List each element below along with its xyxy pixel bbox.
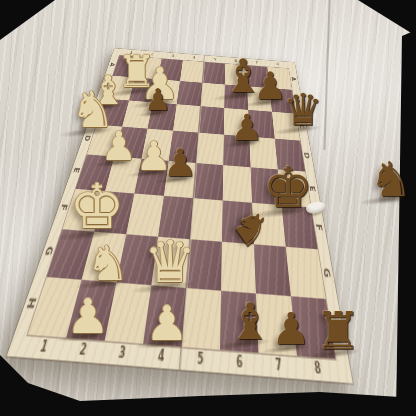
file-label-left-g: G xyxy=(43,246,54,256)
square-g8[interactable] xyxy=(286,247,326,299)
square-e5[interactable] xyxy=(193,163,223,200)
piece-black-pawn-b3[interactable]: ♟ xyxy=(145,85,172,115)
rank-label-bottom-4: 4 xyxy=(157,348,165,364)
file-label-right-g: G xyxy=(322,268,332,278)
file-label-right-f: F xyxy=(314,224,322,231)
square-g7[interactable] xyxy=(254,244,291,296)
rank-label-top-5: 5 xyxy=(213,58,216,62)
piece-black-bishop-h6[interactable]: ♝ xyxy=(228,297,273,347)
square-e6[interactable] xyxy=(223,165,252,203)
rank-label-bottom-7: 7 xyxy=(275,358,283,375)
rank-label-bottom-8: 8 xyxy=(314,361,323,378)
file-label-right-a: A xyxy=(290,77,296,81)
rank-label-bottom-6: 6 xyxy=(236,354,243,371)
rank-label-bottom-1: 1 xyxy=(38,339,49,355)
rank-label-bottom-3: 3 xyxy=(117,345,126,361)
piece-white-pawn-h2[interactable]: ♟ xyxy=(66,292,109,340)
piece-black-pawn-b6[interactable]: ♟ xyxy=(231,110,263,146)
piece-white-king-e1[interactable]: ♚ xyxy=(69,176,125,238)
piece-black-pawn-h7[interactable]: ♟ xyxy=(271,307,310,351)
piece-white-queen-g4[interactable]: ♛ xyxy=(144,233,196,291)
square-c5[interactable] xyxy=(198,106,224,135)
rank-label-top-4: 4 xyxy=(192,56,195,60)
piece-white-pawn-h4[interactable]: ♟ xyxy=(145,299,188,347)
file-label-left-h: H xyxy=(25,297,38,309)
piece-black-rook-h8[interactable]: ♜ xyxy=(315,305,362,357)
piece-black-king-e7[interactable]: ♚ xyxy=(263,160,313,216)
photo-stage: ABCDEFGHABCDEFGH1234567812345678 ♝♞♜♟♟♟♚… xyxy=(0,0,416,416)
piece-black-pawn-a7[interactable]: ♟ xyxy=(253,67,287,105)
piece-white-pawn-c2[interactable]: ♟ xyxy=(101,126,137,166)
rank-label-bottom-2: 2 xyxy=(78,342,88,358)
piece-black-pawn-c4[interactable]: ♟ xyxy=(163,144,197,182)
square-a4[interactable] xyxy=(180,60,204,82)
captured-black-knight[interactable]: ♞ xyxy=(369,155,412,203)
piece-black-queen-b8[interactable]: ♛ xyxy=(283,88,322,132)
square-d5[interactable] xyxy=(196,133,224,166)
piece-white-knight-g2[interactable]: ♞ xyxy=(86,239,129,287)
rank-label-bottom-5: 5 xyxy=(197,351,204,367)
file-label-left-f: F xyxy=(58,204,67,211)
